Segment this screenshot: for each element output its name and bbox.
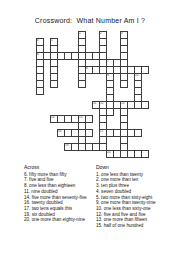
grid-cell[interactable] bbox=[50, 80, 58, 88]
grid-cell[interactable] bbox=[78, 80, 86, 88]
across-header: Across bbox=[24, 165, 96, 171]
grid-cell[interactable] bbox=[85, 129, 93, 137]
clue-item: 20. one more than eighty-nine bbox=[24, 217, 96, 223]
grid-cell[interactable] bbox=[71, 143, 79, 151]
grid-cell[interactable] bbox=[106, 108, 114, 116]
across-list: 6. fifty more than fifty7. five and five… bbox=[24, 172, 96, 223]
grid-cell[interactable] bbox=[71, 52, 79, 60]
grid-cell[interactable] bbox=[92, 66, 100, 74]
grid-cell[interactable] bbox=[141, 101, 149, 109]
grid-cell[interactable] bbox=[71, 129, 79, 137]
across-clues: Across 6. fifty more than fifty7. five a… bbox=[24, 165, 96, 223]
grid-cell[interactable] bbox=[134, 129, 142, 137]
grid-cell[interactable] bbox=[127, 101, 135, 109]
grid-cell[interactable] bbox=[113, 129, 121, 137]
grid-cell[interactable] bbox=[120, 80, 128, 88]
clue-item: 15. half of one hundred bbox=[96, 223, 180, 229]
grid-cell[interactable] bbox=[43, 52, 51, 60]
grid-cell[interactable] bbox=[92, 143, 100, 151]
grid-cell[interactable] bbox=[85, 115, 93, 123]
worksheet: Crossword: What Number Am I ? 1234567891… bbox=[0, 0, 180, 256]
down-header: Down bbox=[96, 165, 180, 171]
grid-cell[interactable] bbox=[36, 87, 44, 95]
grid-cell[interactable] bbox=[113, 66, 121, 74]
grid-cell[interactable] bbox=[141, 66, 149, 74]
down-list: 1. one less than twenty2. one more than … bbox=[96, 172, 180, 229]
grid-cell[interactable] bbox=[141, 150, 149, 158]
down-clues: Down 1. one less than twenty2. one more … bbox=[96, 165, 180, 229]
grid-cell[interactable] bbox=[92, 52, 100, 60]
page-title: Crossword: What Number Am I ? bbox=[0, 17, 180, 24]
